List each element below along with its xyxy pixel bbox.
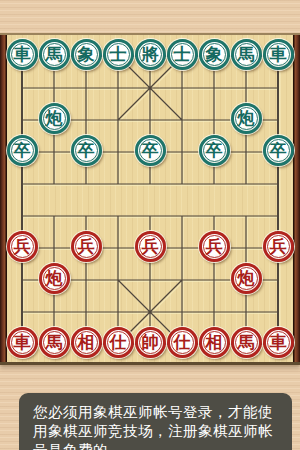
- piece-red-相[interactable]: 相: [199, 327, 230, 358]
- piece-character: 車: [270, 334, 287, 351]
- login-notice-text: 您必须用象棋巫师帐号登录，才能使用象棋巫师竞技场，注册象棋巫师帐号是免费的: [33, 404, 273, 450]
- piece-character: 相: [78, 334, 95, 351]
- piece-red-仕[interactable]: 仕: [167, 327, 198, 358]
- piece-red-馬[interactable]: 馬: [39, 327, 70, 358]
- piece-red-相[interactable]: 相: [71, 327, 102, 358]
- piece-character: 士: [174, 46, 191, 63]
- piece-character: 卒: [142, 142, 159, 159]
- piece-character: 卒: [270, 142, 287, 159]
- piece-character: 仕: [110, 334, 127, 351]
- piece-black-卒[interactable]: 卒: [71, 135, 102, 166]
- piece-character: 兵: [206, 238, 223, 255]
- piece-character: 車: [270, 46, 287, 63]
- piece-character: 卒: [206, 142, 223, 159]
- piece-character: 相: [206, 334, 223, 351]
- board-frame-right-edge: [293, 35, 300, 362]
- piece-character: 車: [14, 46, 31, 63]
- piece-black-卒[interactable]: 卒: [263, 135, 294, 166]
- piece-red-炮[interactable]: 炮: [231, 263, 262, 294]
- piece-character: 象: [78, 46, 95, 63]
- piece-character: 兵: [270, 238, 287, 255]
- piece-red-兵[interactable]: 兵: [199, 231, 230, 262]
- piece-red-炮[interactable]: 炮: [39, 263, 70, 294]
- piece-character: 車: [14, 334, 31, 351]
- piece-character: 馬: [46, 334, 63, 351]
- pieces-layer: 車馬象士將士象馬車炮炮卒卒卒卒卒兵兵兵兵兵炮炮車馬相仕帥仕相馬車: [6, 38, 294, 358]
- piece-character: 馬: [238, 334, 255, 351]
- piece-character: 炮: [238, 270, 255, 287]
- piece-black-象[interactable]: 象: [199, 39, 230, 70]
- piece-character: 炮: [46, 110, 63, 127]
- piece-black-卒[interactable]: 卒: [7, 135, 38, 166]
- app-screen: 車馬象士將士象馬車炮炮卒卒卒卒卒兵兵兵兵兵炮炮車馬相仕帥仕相馬車 您必须用象棋巫…: [0, 0, 300, 450]
- piece-character: 馬: [46, 46, 63, 63]
- piece-red-兵[interactable]: 兵: [7, 231, 38, 262]
- piece-character: 士: [110, 46, 127, 63]
- piece-red-車[interactable]: 車: [7, 327, 38, 358]
- piece-character: 象: [206, 46, 223, 63]
- piece-red-仕[interactable]: 仕: [103, 327, 134, 358]
- piece-black-炮[interactable]: 炮: [39, 103, 70, 134]
- piece-red-兵[interactable]: 兵: [263, 231, 294, 262]
- piece-character: 帥: [142, 334, 159, 351]
- piece-red-兵[interactable]: 兵: [135, 231, 166, 262]
- piece-black-炮[interactable]: 炮: [231, 103, 262, 134]
- piece-black-士[interactable]: 士: [103, 39, 134, 70]
- piece-character: 炮: [46, 270, 63, 287]
- piece-black-卒[interactable]: 卒: [135, 135, 166, 166]
- piece-character: 兵: [142, 238, 159, 255]
- piece-character: 馬: [238, 46, 255, 63]
- piece-black-車[interactable]: 車: [263, 39, 294, 70]
- piece-red-車[interactable]: 車: [263, 327, 294, 358]
- piece-character: 兵: [14, 238, 31, 255]
- piece-character: 卒: [78, 142, 95, 159]
- piece-red-馬[interactable]: 馬: [231, 327, 262, 358]
- piece-character: 炮: [238, 110, 255, 127]
- piece-black-馬[interactable]: 馬: [231, 39, 262, 70]
- piece-character: 卒: [14, 142, 31, 159]
- piece-red-兵[interactable]: 兵: [71, 231, 102, 262]
- piece-black-馬[interactable]: 馬: [39, 39, 70, 70]
- piece-black-卒[interactable]: 卒: [199, 135, 230, 166]
- piece-character: 兵: [78, 238, 95, 255]
- piece-character: 仕: [174, 334, 191, 351]
- piece-black-將[interactable]: 將: [135, 39, 166, 70]
- piece-character: 將: [142, 46, 159, 63]
- login-notice-toast: 您必须用象棋巫师帐号登录，才能使用象棋巫师竞技场，注册象棋巫师帐号是免费的: [19, 393, 292, 450]
- piece-red-帥[interactable]: 帥: [135, 327, 166, 358]
- piece-black-士[interactable]: 士: [167, 39, 198, 70]
- piece-black-車[interactable]: 車: [7, 39, 38, 70]
- piece-black-象[interactable]: 象: [71, 39, 102, 70]
